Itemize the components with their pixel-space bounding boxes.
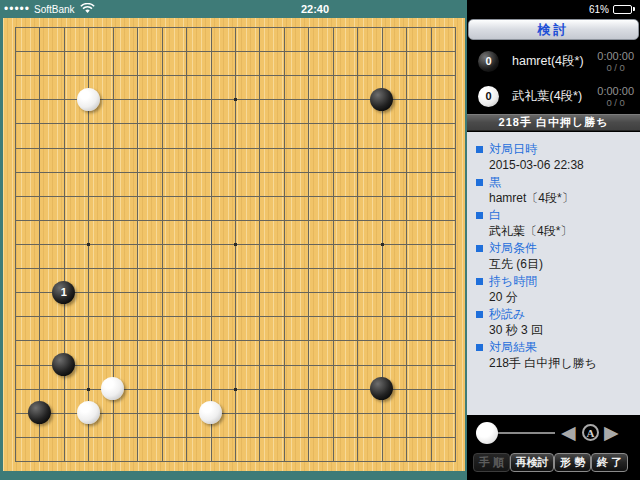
info-value: hamret〔4段*〕 <box>476 192 632 205</box>
black-go-stone-Q16 <box>370 88 393 111</box>
bullet-icon <box>476 344 483 351</box>
grid-line-horizontal <box>15 461 456 462</box>
star-point <box>234 388 237 391</box>
bullet-icon <box>476 245 483 252</box>
grid-line-vertical <box>406 27 407 462</box>
black-time: 0:00:00 <box>597 50 634 62</box>
white-go-stone-D3 <box>77 401 100 424</box>
star-point <box>234 243 237 246</box>
wifi-icon <box>80 0 95 18</box>
carrier-label: SoftBank <box>34 4 75 15</box>
black-go-stone-Q4 <box>370 377 393 400</box>
black-player-clock: 0:00:00 0 / 0 <box>597 50 634 73</box>
grid-line-horizontal <box>15 316 456 317</box>
white-player-name: 武礼葉(4段*) <box>512 88 597 105</box>
info-item: 秒読み30 秒 3 回 <box>476 308 632 337</box>
info-item: 対局条件互先 (6目) <box>476 242 632 271</box>
info-label: 白 <box>476 209 632 222</box>
black-player-name: hamret(4段*) <box>512 53 597 70</box>
side-panel: 61% 検討 0 hamret(4段*) 0:00:00 0 / 0 0 武礼葉… <box>467 0 640 480</box>
bullet-icon <box>476 311 483 318</box>
grid-line-vertical <box>259 27 260 462</box>
auto-play-button[interactable]: A <box>582 424 599 441</box>
battery-tip-icon <box>633 7 635 11</box>
info-value: 武礼葉〔4段*〕 <box>476 225 632 238</box>
white-go-stone-D16 <box>77 88 100 111</box>
game-result-header: 218手 白中押し勝ち <box>467 114 640 131</box>
info-label: 対局日時 <box>476 143 632 156</box>
next-move-button[interactable]: ▶ <box>604 419 619 447</box>
grid-line-vertical <box>455 27 456 462</box>
info-item: 黒hamret〔4段*〕 <box>476 176 632 205</box>
clock: 22:40 <box>301 0 329 18</box>
grid-line-horizontal <box>15 437 456 438</box>
star-point <box>87 388 90 391</box>
playback-controls: ◀ A ▶ 手 順再検討形 勢終 了 <box>467 415 640 480</box>
info-item: 対局結果218手 白中押し勝ち <box>476 341 632 370</box>
white-go-stone-E4 <box>101 377 124 400</box>
game-info-panel: 対局日時2015-03-06 22:38黒hamret〔4段*〕白武礼葉〔4段*… <box>467 132 640 415</box>
grid-line-vertical <box>308 27 309 462</box>
score-estimate-button[interactable]: 形 勢 <box>554 453 591 472</box>
move-slider-knob[interactable] <box>476 422 498 444</box>
app-screen: ••••• SoftBank 22:40 1 61% 検討 0 hamret(4… <box>0 0 640 480</box>
grid-line-vertical <box>333 27 334 462</box>
player-row-black: 0 hamret(4段*) 0:00:00 0 / 0 <box>467 46 640 76</box>
bullet-icon <box>476 278 483 285</box>
black-go-stone-C5 <box>52 353 75 376</box>
grid-line-horizontal <box>15 268 456 269</box>
battery-status: 61% <box>589 0 635 18</box>
bullet-icon <box>476 146 483 153</box>
exit-button[interactable]: 終 了 <box>591 453 628 472</box>
battery-icon <box>613 5 632 14</box>
info-value: 218手 白中押し勝ち <box>476 357 632 370</box>
white-time: 0:00:00 <box>597 85 634 97</box>
goban[interactable]: 1 <box>3 18 465 471</box>
black-go-stone-B3 <box>28 401 51 424</box>
signal-strength-icon: ••••• <box>4 0 30 18</box>
player-row-white: 0 武礼葉(4段*) 0:00:00 0 / 0 <box>467 81 640 111</box>
grid-line-vertical <box>357 27 358 462</box>
grid-line-horizontal <box>15 365 456 366</box>
info-label: 黒 <box>476 176 632 189</box>
black-stone-icon: 0 <box>478 51 499 72</box>
info-label: 対局結果 <box>476 341 632 354</box>
info-item: 持ち時間20 分 <box>476 275 632 304</box>
white-go-stone-J3 <box>199 401 222 424</box>
status-bar: ••••• SoftBank <box>0 0 467 18</box>
info-item: 対局日時2015-03-06 22:38 <box>476 143 632 172</box>
battery-percent-label: 61% <box>589 4 609 15</box>
star-point <box>87 243 90 246</box>
black-periods: 0 / 0 <box>597 62 634 73</box>
info-item: 白武礼葉〔4段*〕 <box>476 209 632 238</box>
white-player-clock: 0:00:00 0 / 0 <box>597 85 634 108</box>
info-label: 持ち時間 <box>476 275 632 288</box>
info-value: 30 秒 3 回 <box>476 324 632 337</box>
grid-line-horizontal <box>15 340 456 341</box>
grid-line-vertical <box>431 27 432 462</box>
action-button-row: 手 順再検討形 勢終 了 <box>473 453 628 472</box>
bullet-icon <box>476 212 483 219</box>
grid-line-vertical <box>284 27 285 462</box>
white-stone-icon: 0 <box>478 86 499 107</box>
re-review-button[interactable]: 再検討 <box>510 453 555 472</box>
info-label: 対局条件 <box>476 242 632 255</box>
white-periods: 0 / 0 <box>597 97 634 108</box>
info-value: 2015-03-06 22:38 <box>476 159 632 172</box>
move-number-label: 1 <box>61 287 67 298</box>
info-label: 秒読み <box>476 308 632 321</box>
star-point <box>234 98 237 101</box>
star-point <box>381 243 384 246</box>
moves-button[interactable]: 手 順 <box>473 453 510 472</box>
info-value: 20 分 <box>476 291 632 304</box>
review-mode-button[interactable]: 検討 <box>468 19 639 40</box>
black-go-stone-C8: 1 <box>52 281 75 304</box>
grid-line-horizontal <box>15 292 456 293</box>
bullet-icon <box>476 179 483 186</box>
info-value: 互先 (6目) <box>476 258 632 271</box>
prev-move-button[interactable]: ◀ <box>561 419 576 447</box>
